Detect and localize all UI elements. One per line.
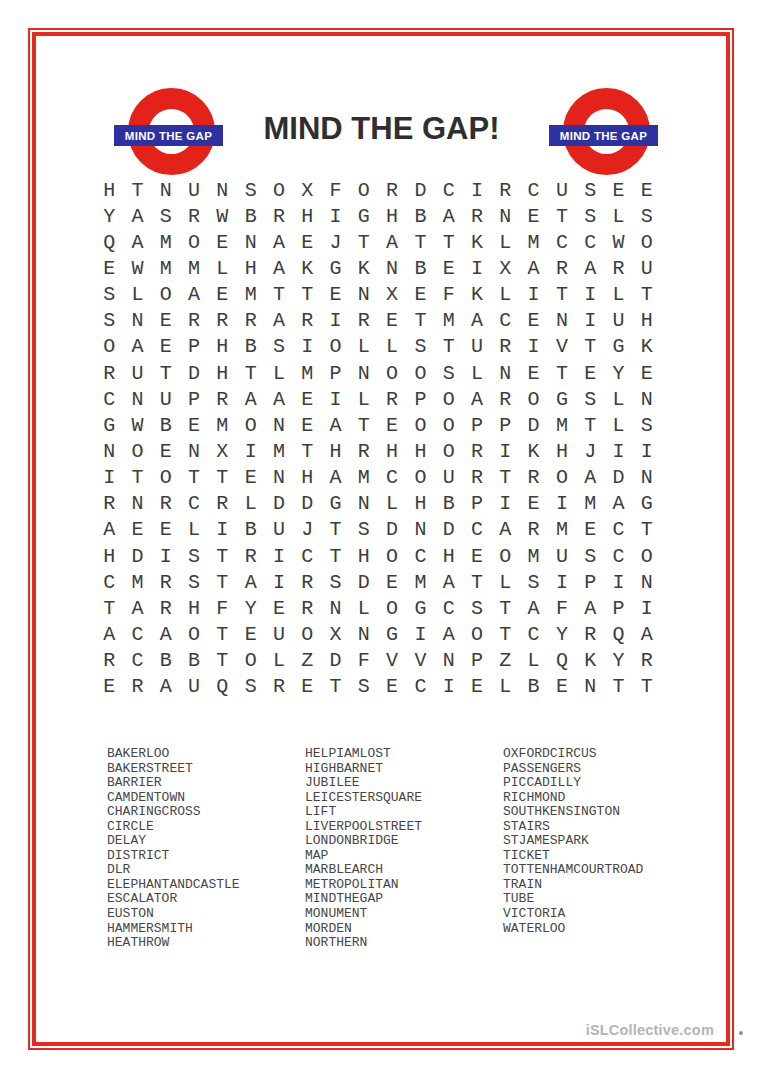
grid-cell[interactable]: R [519,465,547,491]
grid-cell[interactable]: W [604,229,632,255]
grid-cell[interactable]: C [123,648,151,674]
grid-cell[interactable]: O [435,412,463,438]
grid-cell[interactable]: T [350,229,378,255]
grid-cell[interactable]: B [236,334,264,360]
grid-cell[interactable]: L [236,491,264,517]
grid-cell[interactable]: C [604,517,632,543]
grid-cell[interactable]: X [491,255,519,281]
grid-cell[interactable]: N [491,203,519,229]
grid-cell[interactable]: I [406,621,434,647]
grid-cell[interactable]: L [123,282,151,308]
grid-cell[interactable]: S [576,386,604,412]
grid-cell[interactable]: O [633,543,661,569]
grid-cell[interactable]: N [633,386,661,412]
grid-cell[interactable]: D [378,517,406,543]
grid-cell[interactable]: E [208,229,236,255]
grid-cell[interactable]: N [406,517,434,543]
grid-cell[interactable]: P [604,595,632,621]
grid-cell[interactable]: O [435,386,463,412]
grid-cell[interactable]: R [180,203,208,229]
grid-cell[interactable]: M [406,569,434,595]
grid-cell[interactable]: T [576,412,604,438]
grid-cell[interactable]: E [236,465,264,491]
grid-cell[interactable]: B [406,203,434,229]
grid-cell[interactable]: O [180,621,208,647]
grid-cell[interactable]: T [208,621,236,647]
grid-cell[interactable]: T [633,674,661,700]
grid-cell[interactable]: U [548,177,576,203]
grid-cell[interactable]: C [293,543,321,569]
grid-cell[interactable]: U [180,177,208,203]
grid-cell[interactable]: T [491,465,519,491]
grid-cell[interactable]: T [633,517,661,543]
grid-cell[interactable]: A [152,621,180,647]
grid-cell[interactable]: A [463,386,491,412]
grid-cell[interactable]: C [406,674,434,700]
grid-cell[interactable]: E [123,517,151,543]
grid-cell[interactable]: P [321,360,349,386]
grid-cell[interactable]: L [519,648,547,674]
grid-cell[interactable]: A [491,517,519,543]
grid-cell[interactable]: M [576,491,604,517]
grid-cell[interactable]: J [293,517,321,543]
grid-cell[interactable]: A [123,334,151,360]
grid-cell[interactable]: E [548,674,576,700]
grid-cell[interactable]: A [265,386,293,412]
grid-cell[interactable]: M [435,308,463,334]
grid-cell[interactable]: I [435,674,463,700]
grid-cell[interactable]: I [208,517,236,543]
grid-cell[interactable]: I [152,543,180,569]
grid-cell[interactable]: C [180,491,208,517]
grid-cell[interactable]: T [350,412,378,438]
grid-cell[interactable]: F [321,177,349,203]
grid-cell[interactable]: O [265,177,293,203]
grid-cell[interactable]: T [208,543,236,569]
grid-cell[interactable]: T [152,360,180,386]
grid-cell[interactable]: I [491,438,519,464]
grid-cell[interactable]: T [435,334,463,360]
grid-cell[interactable]: I [519,334,547,360]
grid-cell[interactable]: H [406,438,434,464]
grid-cell[interactable]: N [350,621,378,647]
grid-cell[interactable]: N [236,229,264,255]
grid-cell[interactable]: M [350,465,378,491]
grid-cell[interactable]: I [604,569,632,595]
grid-cell[interactable]: T [604,674,632,700]
grid-cell[interactable]: H [321,438,349,464]
grid-cell[interactable]: D [519,412,547,438]
grid-cell[interactable]: N [491,360,519,386]
grid-cell[interactable]: I [576,282,604,308]
grid-cell[interactable]: G [378,621,406,647]
grid-cell[interactable]: O [633,229,661,255]
grid-cell[interactable]: O [236,648,264,674]
grid-cell[interactable]: A [576,465,604,491]
grid-cell[interactable]: T [293,282,321,308]
grid-cell[interactable]: R [378,386,406,412]
grid-cell[interactable]: P [406,386,434,412]
grid-cell[interactable]: D [123,543,151,569]
grid-cell[interactable]: T [236,360,264,386]
grid-cell[interactable]: E [152,438,180,464]
grid-cell[interactable]: K [576,648,604,674]
grid-cell[interactable]: S [321,569,349,595]
grid-cell[interactable]: E [378,412,406,438]
grid-cell[interactable]: R [293,569,321,595]
grid-cell[interactable]: R [152,569,180,595]
grid-cell[interactable]: R [548,255,576,281]
grid-cell[interactable]: I [519,282,547,308]
grid-cell[interactable]: M [180,255,208,281]
grid-cell[interactable]: D [435,517,463,543]
grid-cell[interactable]: L [350,386,378,412]
grid-cell[interactable]: D [350,569,378,595]
grid-cell[interactable]: H [378,438,406,464]
grid-cell[interactable]: F [435,282,463,308]
grid-cell[interactable]: M [519,543,547,569]
grid-cell[interactable]: K [633,334,661,360]
grid-cell[interactable]: A [519,595,547,621]
grid-cell[interactable]: T [491,595,519,621]
grid-cell[interactable]: A [95,621,123,647]
grid-cell[interactable]: N [576,674,604,700]
grid-cell[interactable]: N [123,386,151,412]
grid-cell[interactable]: U [265,621,293,647]
grid-cell[interactable]: Z [293,648,321,674]
grid-cell[interactable]: F [350,648,378,674]
grid-cell[interactable]: A [576,595,604,621]
grid-cell[interactable]: S [633,203,661,229]
grid-cell[interactable]: Y [604,648,632,674]
grid-cell[interactable]: C [378,465,406,491]
grid-cell[interactable]: S [350,674,378,700]
grid-cell[interactable]: S [236,177,264,203]
grid-cell[interactable]: E [633,177,661,203]
grid-cell[interactable]: A [576,255,604,281]
grid-cell[interactable]: H [406,491,434,517]
grid-cell[interactable]: T [293,438,321,464]
grid-cell[interactable]: R [208,308,236,334]
grid-cell[interactable]: L [491,229,519,255]
grid-cell[interactable]: A [519,255,547,281]
grid-cell[interactable]: K [350,255,378,281]
grid-cell[interactable]: U [435,465,463,491]
grid-cell[interactable]: P [180,334,208,360]
grid-cell[interactable]: R [236,543,264,569]
grid-cell[interactable]: A [152,674,180,700]
grid-cell[interactable]: A [123,203,151,229]
grid-cell[interactable]: B [152,648,180,674]
grid-cell[interactable]: L [208,255,236,281]
grid-cell[interactable]: S [236,674,264,700]
grid-cell[interactable]: M [548,517,576,543]
grid-cell[interactable]: G [321,255,349,281]
grid-cell[interactable]: R [152,491,180,517]
grid-cell[interactable]: D [180,360,208,386]
grid-cell[interactable]: R [463,465,491,491]
grid-cell[interactable]: T [208,569,236,595]
grid-cell[interactable]: E [463,543,491,569]
grid-cell[interactable]: R [95,648,123,674]
grid-cell[interactable]: B [236,203,264,229]
grid-cell[interactable]: E [293,229,321,255]
grid-cell[interactable]: M [152,229,180,255]
grid-cell[interactable]: R [208,491,236,517]
grid-cell[interactable]: T [548,282,576,308]
grid-cell[interactable]: N [633,569,661,595]
grid-cell[interactable]: L [604,412,632,438]
grid-cell[interactable]: Q [208,674,236,700]
grid-cell[interactable]: R [180,308,208,334]
grid-cell[interactable]: X [293,177,321,203]
grid-cell[interactable]: E [152,517,180,543]
grid-cell[interactable]: X [321,621,349,647]
grid-cell[interactable]: M [548,412,576,438]
grid-cell[interactable]: O [406,465,434,491]
grid-cell[interactable]: O [95,334,123,360]
grid-cell[interactable]: I [633,595,661,621]
grid-cell[interactable]: H [350,543,378,569]
grid-cell[interactable]: T [548,203,576,229]
grid-cell[interactable]: E [293,386,321,412]
grid-cell[interactable]: S [519,569,547,595]
grid-cell[interactable]: S [463,595,491,621]
grid-cell[interactable]: T [208,648,236,674]
grid-cell[interactable]: G [406,595,434,621]
grid-cell[interactable]: W [123,255,151,281]
grid-cell[interactable]: N [633,465,661,491]
grid-cell[interactable]: N [95,438,123,464]
grid-cell[interactable]: Y [95,203,123,229]
grid-cell[interactable]: X [378,282,406,308]
grid-cell[interactable]: O [406,360,434,386]
grid-cell[interactable]: S [576,203,604,229]
grid-cell[interactable]: O [152,282,180,308]
grid-cell[interactable]: R [576,621,604,647]
grid-cell[interactable]: C [548,229,576,255]
grid-cell[interactable]: H [180,595,208,621]
grid-cell[interactable]: S [576,177,604,203]
grid-cell[interactable]: S [633,412,661,438]
grid-cell[interactable]: G [95,412,123,438]
grid-cell[interactable]: B [236,517,264,543]
grid-cell[interactable]: N [123,491,151,517]
grid-cell[interactable]: T [463,569,491,595]
grid-cell[interactable]: M [265,438,293,464]
grid-cell[interactable]: O [293,621,321,647]
grid-cell[interactable]: L [604,203,632,229]
grid-cell[interactable]: I [463,177,491,203]
grid-cell[interactable]: V [378,648,406,674]
grid-cell[interactable]: N [123,308,151,334]
grid-cell[interactable]: T [576,334,604,360]
grid-cell[interactable]: S [95,308,123,334]
grid-cell[interactable]: Y [548,621,576,647]
grid-cell[interactable]: C [95,569,123,595]
grid-cell[interactable]: R [491,386,519,412]
grid-cell[interactable]: O [378,595,406,621]
grid-cell[interactable]: N [265,412,293,438]
grid-cell[interactable]: R [491,177,519,203]
grid-cell[interactable]: R [123,674,151,700]
grid-cell[interactable]: I [265,543,293,569]
grid-cell[interactable]: E [95,255,123,281]
grid-cell[interactable]: T [406,229,434,255]
grid-cell[interactable]: O [463,621,491,647]
grid-cell[interactable]: O [435,438,463,464]
grid-cell[interactable]: E [519,360,547,386]
grid-cell[interactable]: A [236,386,264,412]
grid-cell[interactable]: V [548,334,576,360]
grid-cell[interactable]: E [152,334,180,360]
grid-cell[interactable]: H [293,465,321,491]
grid-cell[interactable]: Q [604,621,632,647]
grid-cell[interactable]: N [208,177,236,203]
grid-cell[interactable]: L [350,334,378,360]
grid-cell[interactable]: A [321,465,349,491]
grid-cell[interactable]: G [604,334,632,360]
grid-cell[interactable]: P [180,386,208,412]
grid-cell[interactable]: C [491,308,519,334]
grid-cell[interactable]: T [633,282,661,308]
grid-cell[interactable]: R [463,438,491,464]
grid-cell[interactable]: M [152,255,180,281]
grid-cell[interactable]: E [152,308,180,334]
grid-cell[interactable]: F [208,595,236,621]
grid-cell[interactable]: R [604,255,632,281]
grid-cell[interactable]: I [548,569,576,595]
grid-cell[interactable]: C [123,621,151,647]
grid-cell[interactable]: S [180,569,208,595]
grid-cell[interactable]: E [576,360,604,386]
grid-cell[interactable]: E [321,282,349,308]
grid-cell[interactable]: O [491,543,519,569]
grid-cell[interactable]: A [265,229,293,255]
grid-cell[interactable]: E [633,360,661,386]
grid-cell[interactable]: T [491,621,519,647]
grid-cell[interactable]: Q [95,229,123,255]
grid-cell[interactable]: I [604,438,632,464]
grid-cell[interactable]: L [265,360,293,386]
grid-cell[interactable]: X [208,438,236,464]
grid-cell[interactable]: O [123,438,151,464]
grid-cell[interactable]: O [350,177,378,203]
grid-cell[interactable]: B [180,648,208,674]
grid-cell[interactable]: E [293,412,321,438]
grid-cell[interactable]: K [463,229,491,255]
grid-cell[interactable]: M [293,360,321,386]
grid-cell[interactable]: P [463,648,491,674]
grid-cell[interactable]: A [321,412,349,438]
grid-cell[interactable]: G [321,491,349,517]
grid-cell[interactable]: O [152,465,180,491]
grid-cell[interactable]: C [435,595,463,621]
grid-cell[interactable]: A [236,569,264,595]
grid-cell[interactable]: A [95,517,123,543]
grid-cell[interactable]: A [123,595,151,621]
grid-cell[interactable]: E [378,569,406,595]
grid-cell[interactable]: U [123,360,151,386]
grid-cell[interactable]: S [265,334,293,360]
grid-cell[interactable]: E [378,674,406,700]
grid-cell[interactable]: I [633,438,661,464]
grid-cell[interactable]: A [378,229,406,255]
grid-cell[interactable]: I [548,491,576,517]
grid-cell[interactable]: A [604,491,632,517]
grid-cell[interactable]: I [293,334,321,360]
grid-cell[interactable]: C [463,517,491,543]
grid-cell[interactable]: A [435,621,463,647]
grid-cell[interactable]: L [491,674,519,700]
grid-cell[interactable]: G [633,491,661,517]
grid-cell[interactable]: C [435,177,463,203]
grid-cell[interactable]: I [265,569,293,595]
grid-cell[interactable]: S [95,282,123,308]
grid-cell[interactable]: C [576,229,604,255]
grid-cell[interactable]: S [350,517,378,543]
grid-cell[interactable]: R [519,517,547,543]
grid-cell[interactable]: H [378,203,406,229]
grid-cell[interactable]: H [293,203,321,229]
grid-cell[interactable]: P [491,412,519,438]
grid-cell[interactable]: D [604,465,632,491]
grid-cell[interactable]: T [321,674,349,700]
grid-cell[interactable]: L [463,360,491,386]
grid-cell[interactable]: R [236,308,264,334]
grid-cell[interactable]: B [152,412,180,438]
grid-cell[interactable]: R [378,177,406,203]
grid-cell[interactable]: N [152,177,180,203]
grid-cell[interactable]: C [519,621,547,647]
grid-cell[interactable]: S [152,203,180,229]
grid-cell[interactable]: A [633,621,661,647]
grid-cell[interactable]: H [236,255,264,281]
grid-cell[interactable]: M [123,569,151,595]
grid-cell[interactable]: G [350,203,378,229]
grid-cell[interactable]: E [406,282,434,308]
grid-cell[interactable]: L [265,648,293,674]
grid-cell[interactable]: R [265,203,293,229]
grid-cell[interactable]: E [208,282,236,308]
grid-cell[interactable]: N [180,438,208,464]
grid-cell[interactable]: S [576,543,604,569]
grid-cell[interactable]: T [406,308,434,334]
grid-cell[interactable]: E [95,674,123,700]
grid-cell[interactable]: I [491,491,519,517]
grid-cell[interactable]: Q [548,648,576,674]
grid-cell[interactable]: L [491,569,519,595]
grid-cell[interactable]: E [180,412,208,438]
grid-cell[interactable]: T [435,229,463,255]
grid-cell[interactable]: T [123,465,151,491]
grid-cell[interactable]: G [548,386,576,412]
grid-cell[interactable]: R [293,595,321,621]
grid-cell[interactable]: O [236,412,264,438]
grid-cell[interactable]: C [406,543,434,569]
grid-cell[interactable]: N [435,648,463,674]
grid-cell[interactable]: M [519,229,547,255]
grid-cell[interactable]: N [548,308,576,334]
grid-cell[interactable]: E [293,674,321,700]
grid-cell[interactable]: H [95,177,123,203]
grid-cell[interactable]: U [633,255,661,281]
grid-cell[interactable]: O [406,412,434,438]
grid-cell[interactable]: R [491,334,519,360]
grid-cell[interactable]: N [378,255,406,281]
grid-cell[interactable]: E [576,517,604,543]
grid-cell[interactable]: H [435,543,463,569]
